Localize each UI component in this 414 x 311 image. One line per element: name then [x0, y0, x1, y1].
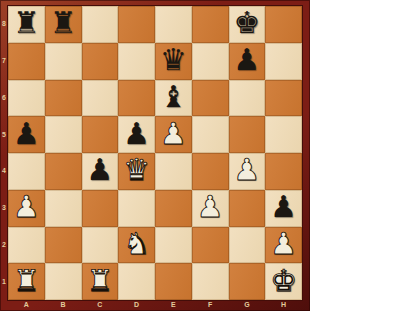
square-b4[interactable]: [45, 153, 82, 190]
file-label-g: G: [229, 300, 266, 311]
square-c2[interactable]: [82, 227, 119, 264]
square-g6[interactable]: [229, 80, 266, 117]
black-king[interactable]: ♚: [233, 8, 260, 38]
square-d6[interactable]: [118, 80, 155, 117]
square-e2[interactable]: [155, 227, 192, 264]
square-d2[interactable]: ♞: [118, 227, 155, 264]
square-g4[interactable]: ♟: [229, 153, 266, 190]
rank-label-2: 2: [0, 227, 8, 264]
black-pawn[interactable]: ♟: [86, 155, 113, 185]
white-pawn[interactable]: ♟: [197, 192, 224, 222]
square-b1[interactable]: [45, 263, 82, 300]
square-c3[interactable]: [82, 190, 119, 227]
white-pawn[interactable]: ♟: [160, 119, 187, 149]
square-g7[interactable]: ♟: [229, 43, 266, 80]
square-h6[interactable]: [265, 80, 302, 117]
rank-label-3: 3: [0, 190, 8, 227]
black-pawn[interactable]: ♟: [270, 192, 297, 222]
square-f8[interactable]: [192, 6, 229, 43]
file-label-e: E: [155, 300, 192, 311]
square-g1[interactable]: [229, 263, 266, 300]
square-f2[interactable]: [192, 227, 229, 264]
rank-label-6: 6: [0, 80, 8, 117]
white-rook[interactable]: ♜: [86, 266, 113, 296]
square-b2[interactable]: [45, 227, 82, 264]
square-h4[interactable]: [265, 153, 302, 190]
square-a8[interactable]: ♜: [8, 6, 45, 43]
file-label-b: B: [45, 300, 82, 311]
file-label-a: A: [8, 300, 45, 311]
square-c6[interactable]: [82, 80, 119, 117]
square-c4[interactable]: ♟: [82, 153, 119, 190]
white-knight[interactable]: ♞: [123, 229, 150, 259]
square-b3[interactable]: [45, 190, 82, 227]
black-rook[interactable]: ♜: [50, 8, 77, 38]
square-a3[interactable]: ♟: [8, 190, 45, 227]
square-e3[interactable]: [155, 190, 192, 227]
square-d3[interactable]: [118, 190, 155, 227]
square-g2[interactable]: [229, 227, 266, 264]
square-e7[interactable]: ♛: [155, 43, 192, 80]
rank-label-8: 8: [0, 6, 8, 43]
black-pawn[interactable]: ♟: [233, 45, 260, 75]
black-pawn[interactable]: ♟: [13, 119, 40, 149]
square-a6[interactable]: [8, 80, 45, 117]
white-pawn[interactable]: ♟: [233, 155, 260, 185]
file-label-d: D: [118, 300, 155, 311]
square-e4[interactable]: [155, 153, 192, 190]
square-c5[interactable]: [82, 116, 119, 153]
square-c8[interactable]: [82, 6, 119, 43]
square-d8[interactable]: [118, 6, 155, 43]
square-e6[interactable]: ♝: [155, 80, 192, 117]
square-f1[interactable]: [192, 263, 229, 300]
rank-label-4: 4: [0, 153, 8, 190]
black-pawn[interactable]: ♟: [123, 119, 150, 149]
square-f7[interactable]: [192, 43, 229, 80]
file-label-h: H: [265, 300, 302, 311]
square-d1[interactable]: [118, 263, 155, 300]
square-g8[interactable]: ♚: [229, 6, 266, 43]
square-h1[interactable]: ♚: [265, 263, 302, 300]
black-queen[interactable]: ♛: [160, 45, 187, 75]
rank-labels: 87654321: [0, 6, 8, 300]
black-bishop[interactable]: ♝: [160, 82, 187, 112]
file-label-f: F: [192, 300, 229, 311]
square-b6[interactable]: [45, 80, 82, 117]
square-a1[interactable]: ♜: [8, 263, 45, 300]
chessboard-frame: 87654321 ABCDEFGH ♜♜♚♛♟♝♟♟♟♟♛♟♟♟♟♞♟♜♜♚: [0, 0, 310, 311]
square-h5[interactable]: [265, 116, 302, 153]
square-c7[interactable]: [82, 43, 119, 80]
square-b8[interactable]: ♜: [45, 6, 82, 43]
square-g3[interactable]: [229, 190, 266, 227]
square-g5[interactable]: [229, 116, 266, 153]
square-d5[interactable]: ♟: [118, 116, 155, 153]
square-a7[interactable]: [8, 43, 45, 80]
square-b5[interactable]: [45, 116, 82, 153]
file-labels: ABCDEFGH: [8, 300, 302, 311]
black-rook[interactable]: ♜: [13, 8, 40, 38]
square-b7[interactable]: [45, 43, 82, 80]
board: ♜♜♚♛♟♝♟♟♟♟♛♟♟♟♟♞♟♜♜♚: [8, 6, 302, 300]
square-h3[interactable]: ♟: [265, 190, 302, 227]
square-f6[interactable]: [192, 80, 229, 117]
white-queen[interactable]: ♛: [123, 155, 150, 185]
square-f5[interactable]: [192, 116, 229, 153]
square-e8[interactable]: [155, 6, 192, 43]
square-h7[interactable]: [265, 43, 302, 80]
square-e1[interactable]: [155, 263, 192, 300]
square-f3[interactable]: ♟: [192, 190, 229, 227]
square-a4[interactable]: [8, 153, 45, 190]
square-h2[interactable]: ♟: [265, 227, 302, 264]
square-c1[interactable]: ♜: [82, 263, 119, 300]
square-f4[interactable]: [192, 153, 229, 190]
square-d4[interactable]: ♛: [118, 153, 155, 190]
white-pawn[interactable]: ♟: [13, 192, 40, 222]
rank-label-5: 5: [0, 116, 8, 153]
rank-label-1: 1: [0, 263, 8, 300]
square-h8[interactable]: [265, 6, 302, 43]
white-pawn[interactable]: ♟: [270, 229, 297, 259]
white-rook[interactable]: ♜: [13, 266, 40, 296]
screenshot-canvas: 87654321 ABCDEFGH ♜♜♚♛♟♝♟♟♟♟♛♟♟♟♟♞♟♜♜♚: [0, 0, 414, 311]
square-a5[interactable]: ♟: [8, 116, 45, 153]
square-e5[interactable]: ♟: [155, 116, 192, 153]
white-king[interactable]: ♚: [270, 266, 297, 296]
square-a2[interactable]: [8, 227, 45, 264]
file-label-c: C: [82, 300, 119, 311]
rank-label-7: 7: [0, 43, 8, 80]
square-d7[interactable]: [118, 43, 155, 80]
